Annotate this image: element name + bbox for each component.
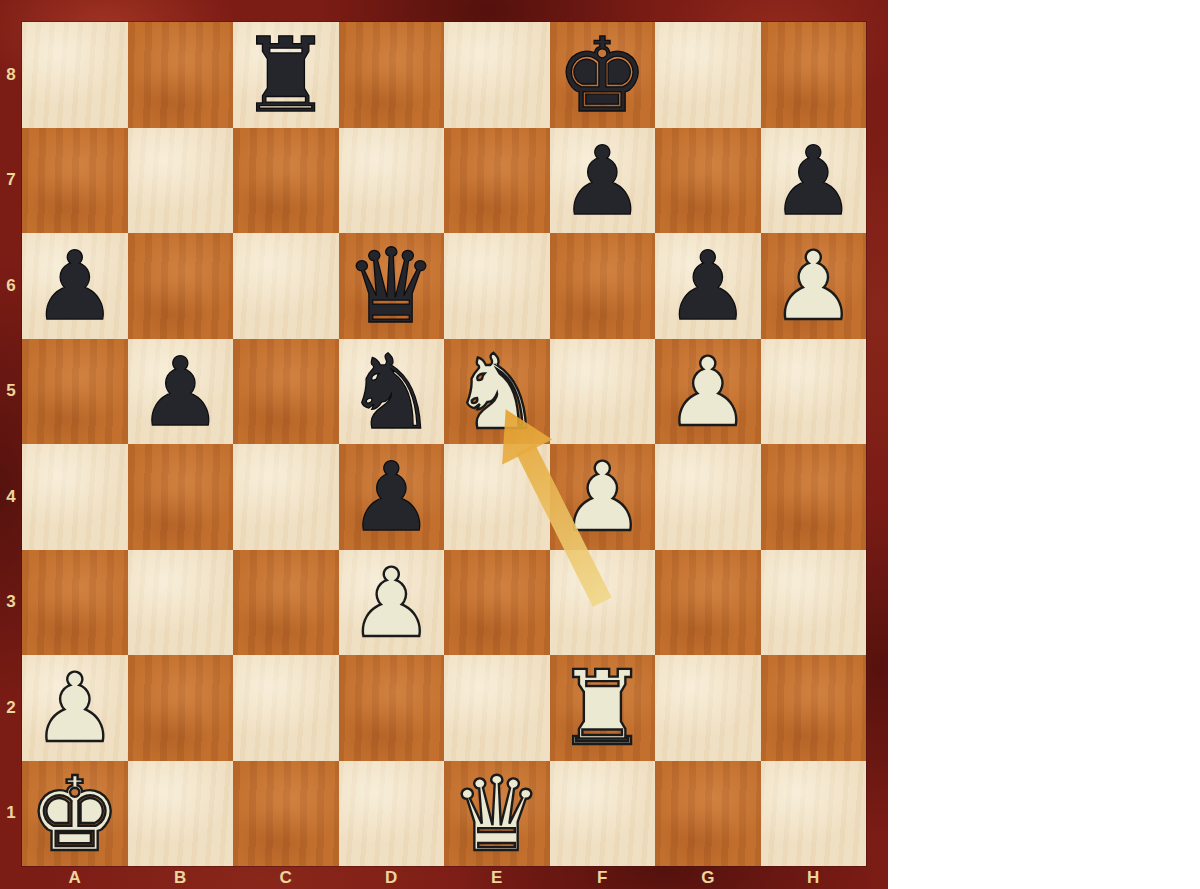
- white-knight-e5[interactable]: ♞: [451, 341, 543, 444]
- square-f4[interactable]: ♟: [550, 444, 656, 550]
- square-f2[interactable]: ♜: [550, 655, 656, 761]
- square-a6[interactable]: ♟: [22, 233, 128, 339]
- square-c2[interactable]: [233, 655, 339, 761]
- black-king-f8[interactable]: ♚: [556, 24, 648, 127]
- square-f5[interactable]: [550, 339, 656, 445]
- file-label-c: C: [233, 866, 339, 889]
- square-c4[interactable]: [233, 444, 339, 550]
- square-d8[interactable]: [339, 22, 445, 128]
- square-a2[interactable]: ♟: [22, 655, 128, 761]
- black-pawn-b5[interactable]: ♟: [138, 345, 223, 440]
- square-h3[interactable]: [761, 550, 867, 656]
- white-queen-e1[interactable]: ♛: [451, 763, 543, 866]
- square-e3[interactable]: [444, 550, 550, 656]
- black-pawn-h7[interactable]: ♟: [771, 134, 856, 229]
- white-pawn-f4[interactable]: ♟: [560, 450, 645, 545]
- rank-labels: 87654321: [0, 22, 22, 866]
- square-f1[interactable]: [550, 761, 656, 867]
- rank-label-2: 2: [0, 655, 22, 761]
- square-e5[interactable]: ♞: [444, 339, 550, 445]
- square-h5[interactable]: [761, 339, 867, 445]
- chess-board-frame: ♜♚♟♟♟♛♟♟♟♞♞♟♟♟♟♟♜♚♛ 87654321 ABCDEFGH: [0, 0, 888, 889]
- file-label-g: G: [655, 866, 761, 889]
- square-e6[interactable]: [444, 233, 550, 339]
- black-queen-d6[interactable]: ♛: [345, 235, 437, 338]
- square-c5[interactable]: [233, 339, 339, 445]
- square-e8[interactable]: [444, 22, 550, 128]
- square-e2[interactable]: [444, 655, 550, 761]
- square-h4[interactable]: [761, 444, 867, 550]
- square-b8[interactable]: [128, 22, 234, 128]
- square-a3[interactable]: [22, 550, 128, 656]
- square-d1[interactable]: [339, 761, 445, 867]
- square-a1[interactable]: ♚: [22, 761, 128, 867]
- square-c1[interactable]: [233, 761, 339, 867]
- square-b4[interactable]: [128, 444, 234, 550]
- white-pawn-a2[interactable]: ♟: [32, 661, 117, 756]
- square-f7[interactable]: ♟: [550, 128, 656, 234]
- square-c3[interactable]: [233, 550, 339, 656]
- square-d2[interactable]: [339, 655, 445, 761]
- rank-label-3: 3: [0, 550, 22, 656]
- file-labels: ABCDEFGH: [22, 866, 866, 889]
- square-b5[interactable]: ♟: [128, 339, 234, 445]
- square-e4[interactable]: [444, 444, 550, 550]
- black-pawn-d4[interactable]: ♟: [349, 450, 434, 545]
- square-b6[interactable]: [128, 233, 234, 339]
- square-c7[interactable]: [233, 128, 339, 234]
- square-a8[interactable]: [22, 22, 128, 128]
- rank-label-1: 1: [0, 761, 22, 867]
- file-label-f: F: [550, 866, 656, 889]
- square-g2[interactable]: [655, 655, 761, 761]
- black-pawn-a6[interactable]: ♟: [32, 239, 117, 334]
- square-g1[interactable]: [655, 761, 761, 867]
- square-f3[interactable]: [550, 550, 656, 656]
- black-knight-d5[interactable]: ♞: [345, 341, 437, 444]
- square-d7[interactable]: [339, 128, 445, 234]
- rank-label-6: 6: [0, 233, 22, 339]
- square-g5[interactable]: ♟: [655, 339, 761, 445]
- file-label-h: H: [761, 866, 867, 889]
- square-g6[interactable]: ♟: [655, 233, 761, 339]
- square-a4[interactable]: [22, 444, 128, 550]
- white-pawn-h6[interactable]: ♟: [771, 239, 856, 334]
- square-c6[interactable]: [233, 233, 339, 339]
- square-h8[interactable]: [761, 22, 867, 128]
- chess-board: ♜♚♟♟♟♛♟♟♟♞♞♟♟♟♟♟♜♚♛: [22, 22, 866, 866]
- square-g7[interactable]: [655, 128, 761, 234]
- square-h1[interactable]: [761, 761, 867, 867]
- file-label-b: B: [128, 866, 234, 889]
- black-pawn-f7[interactable]: ♟: [560, 134, 645, 229]
- white-king-a1[interactable]: ♚: [29, 763, 121, 866]
- rank-label-4: 4: [0, 444, 22, 550]
- rank-label-5: 5: [0, 339, 22, 445]
- black-pawn-g6[interactable]: ♟: [665, 239, 750, 334]
- square-d5[interactable]: ♞: [339, 339, 445, 445]
- square-a7[interactable]: [22, 128, 128, 234]
- square-h6[interactable]: ♟: [761, 233, 867, 339]
- rank-label-7: 7: [0, 128, 22, 234]
- square-d6[interactable]: ♛: [339, 233, 445, 339]
- square-b2[interactable]: [128, 655, 234, 761]
- square-d3[interactable]: ♟: [339, 550, 445, 656]
- white-pawn-g5[interactable]: ♟: [665, 345, 750, 440]
- white-pawn-d3[interactable]: ♟: [349, 556, 434, 651]
- black-rook-c8[interactable]: ♜: [240, 24, 332, 127]
- square-h7[interactable]: ♟: [761, 128, 867, 234]
- file-label-d: D: [339, 866, 445, 889]
- page-background: ♜♚♟♟♟♛♟♟♟♞♞♟♟♟♟♟♜♚♛ 87654321 ABCDEFGH: [0, 0, 1200, 889]
- square-e1[interactable]: ♛: [444, 761, 550, 867]
- square-f6[interactable]: [550, 233, 656, 339]
- square-d4[interactable]: ♟: [339, 444, 445, 550]
- square-e7[interactable]: [444, 128, 550, 234]
- square-b3[interactable]: [128, 550, 234, 656]
- square-g4[interactable]: [655, 444, 761, 550]
- square-h2[interactable]: [761, 655, 867, 761]
- rank-label-8: 8: [0, 22, 22, 128]
- white-rook-f2[interactable]: ♜: [556, 657, 648, 760]
- square-g3[interactable]: [655, 550, 761, 656]
- square-f8[interactable]: ♚: [550, 22, 656, 128]
- square-c8[interactable]: ♜: [233, 22, 339, 128]
- square-b7[interactable]: [128, 128, 234, 234]
- square-g8[interactable]: [655, 22, 761, 128]
- square-b1[interactable]: [128, 761, 234, 867]
- square-a5[interactable]: [22, 339, 128, 445]
